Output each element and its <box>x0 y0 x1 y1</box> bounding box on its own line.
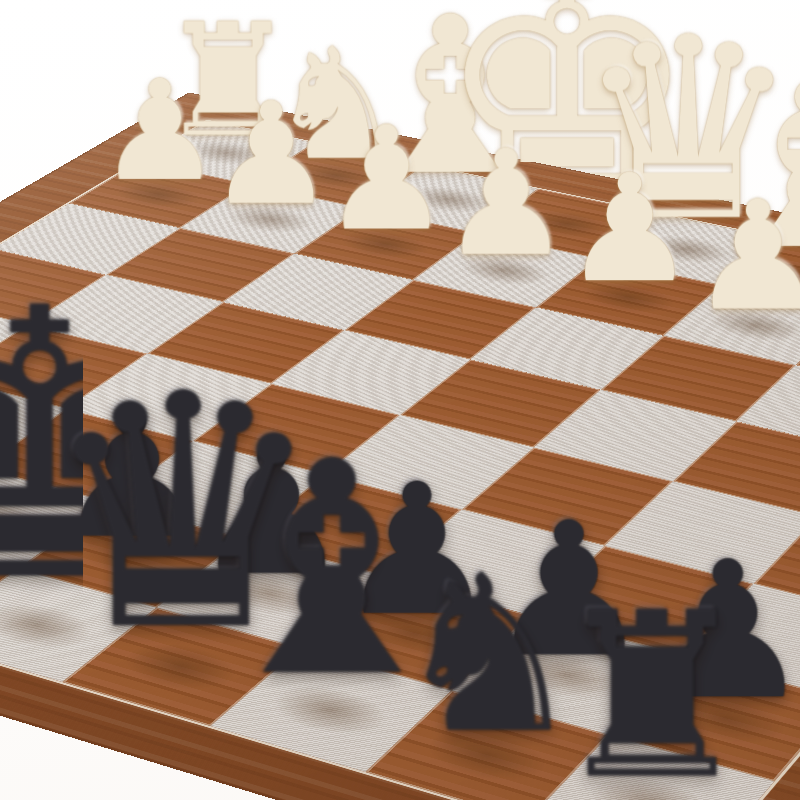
square-a8: ♜ <box>528 735 775 800</box>
board-wood-frame: ♜♞♝♚♛♝♞♜♟♟♟♟♟♟♟♟♟♟♟♟♟♟♟♟♜♞♝♚♛♝♞♜ <box>0 92 800 800</box>
white-pawn-glyph: ♟ <box>698 207 800 361</box>
black-rook-glyph: ♜ <box>406 582 800 800</box>
chess-board: ♜♞♝♚♛♝♞♜♟♟♟♟♟♟♟♟♟♟♟♟♟♟♟♟♜♞♝♚♛♝♞♜ <box>0 92 800 800</box>
board-squares-grid: ♜♞♝♚♛♝♞♜♟♟♟♟♟♟♟♟♟♟♟♟♟♟♟♟♜♞♝♚♛♝♞♜ <box>0 121 800 800</box>
photo-stage: Chess ♜♞♝♚♛♝♞♜♟♟♟♟♟♟♟♟♟♟♟♟♟♟♟♟♜♞♝♚♛♝♞♜ <box>0 0 800 800</box>
